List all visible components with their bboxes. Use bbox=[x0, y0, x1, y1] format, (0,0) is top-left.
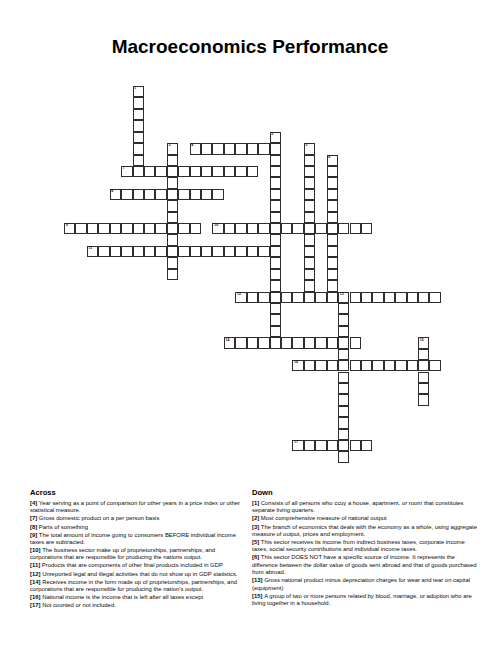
grid-cell[interactable] bbox=[144, 223, 155, 234]
clue-number: 10 bbox=[214, 224, 218, 228]
grid-cell[interactable] bbox=[304, 280, 315, 291]
grid-cell[interactable] bbox=[98, 223, 109, 234]
clue-number: 2 bbox=[271, 133, 273, 137]
grid-cell[interactable] bbox=[338, 406, 349, 417]
grid-cell[interactable] bbox=[212, 166, 223, 177]
grid-cell[interactable] bbox=[133, 143, 144, 154]
grid-cell[interactable] bbox=[281, 292, 292, 303]
grid-cell[interactable] bbox=[270, 234, 281, 245]
grid-cell[interactable] bbox=[407, 360, 418, 371]
grid-cell-numbered[interactable]: 12 bbox=[235, 292, 246, 303]
clue-number: 5 bbox=[306, 144, 308, 148]
grid-cell[interactable] bbox=[327, 234, 338, 245]
clue-number: 7 bbox=[123, 167, 125, 171]
grid-cell[interactable] bbox=[235, 246, 246, 257]
grid-cell[interactable] bbox=[133, 223, 144, 234]
grid-cell[interactable] bbox=[304, 200, 315, 211]
grid-cell[interactable] bbox=[190, 166, 201, 177]
grid-cell[interactable] bbox=[418, 372, 429, 383]
clue-number: 14 bbox=[226, 339, 230, 343]
grid-cell[interactable] bbox=[327, 269, 338, 280]
down-clue-item: [15] A group of two or more persons rela… bbox=[252, 593, 482, 608]
grid-cell-numbered[interactable]: 3 bbox=[167, 143, 178, 154]
grid-cell[interactable] bbox=[361, 223, 372, 234]
grid-cell[interactable] bbox=[327, 223, 338, 234]
down-clue-item: [3] The branch of economics that deals w… bbox=[252, 524, 482, 539]
crossword-grid: 4789101112131416171235615 bbox=[64, 86, 442, 464]
grid-cell-numbered[interactable]: 1 bbox=[133, 86, 144, 97]
grid-cell[interactable] bbox=[167, 200, 178, 211]
grid-cell[interactable] bbox=[144, 246, 155, 257]
grid-cell[interactable] bbox=[292, 337, 303, 348]
grid-cell[interactable] bbox=[350, 440, 361, 451]
grid-cell-numbered[interactable]: 2 bbox=[270, 132, 281, 143]
grid-cell-numbered[interactable]: 15 bbox=[418, 337, 429, 348]
grid-cell[interactable] bbox=[281, 337, 292, 348]
grid-cell[interactable] bbox=[133, 109, 144, 120]
grid-cell[interactable] bbox=[327, 177, 338, 188]
grid-cell[interactable] bbox=[315, 292, 326, 303]
down-clue-item: [2] Most comprehensive measure of nation… bbox=[252, 515, 482, 522]
across-clue-list: [4] Year serving as a point of compariso… bbox=[30, 500, 249, 609]
clue-number: 8 bbox=[111, 190, 113, 194]
grid-cell-numbered[interactable]: 8 bbox=[110, 189, 121, 200]
grid-cell[interactable] bbox=[327, 280, 338, 291]
grid-cell[interactable] bbox=[212, 143, 223, 154]
grid-cell[interactable] bbox=[304, 440, 315, 451]
across-clue-item: [7] Gross domestic product on a per pers… bbox=[30, 515, 249, 522]
grid-cell[interactable] bbox=[327, 337, 338, 348]
grid-cell[interactable] bbox=[247, 292, 258, 303]
grid-cell[interactable] bbox=[235, 166, 246, 177]
grid-cell[interactable] bbox=[121, 246, 132, 257]
grid-cell[interactable] bbox=[144, 189, 155, 200]
grid-cell[interactable] bbox=[167, 177, 178, 188]
grid-cell[interactable] bbox=[258, 292, 269, 303]
grid-cell[interactable] bbox=[304, 360, 315, 371]
grid-cell[interactable] bbox=[270, 155, 281, 166]
grid-cell[interactable] bbox=[338, 440, 349, 451]
grid-cell-numbered[interactable]: 6 bbox=[327, 155, 338, 166]
grid-cell[interactable] bbox=[224, 143, 235, 154]
grid-cell[interactable] bbox=[235, 337, 246, 348]
grid-cell[interactable] bbox=[338, 360, 349, 371]
grid-cell[interactable] bbox=[224, 166, 235, 177]
grid-cell[interactable] bbox=[338, 417, 349, 428]
grid-cell[interactable] bbox=[292, 223, 303, 234]
grid-cell[interactable] bbox=[270, 257, 281, 268]
grid-cell[interactable] bbox=[235, 143, 246, 154]
grid-cell-numbered[interactable]: 9 bbox=[64, 223, 75, 234]
grid-cell[interactable] bbox=[178, 166, 189, 177]
grid-cell[interactable] bbox=[327, 360, 338, 371]
grid-cell[interactable] bbox=[212, 246, 223, 257]
grid-cell[interactable] bbox=[178, 189, 189, 200]
grid-cell[interactable] bbox=[133, 120, 144, 131]
grid-cell[interactable] bbox=[304, 269, 315, 280]
grid-cell[interactable] bbox=[418, 292, 429, 303]
across-clue-item: [12] Unreported legal and illegal activi… bbox=[30, 571, 249, 578]
grid-cell[interactable] bbox=[304, 155, 315, 166]
grid-cell[interactable] bbox=[304, 189, 315, 200]
grid-cell[interactable] bbox=[304, 166, 315, 177]
grid-cell[interactable] bbox=[372, 360, 383, 371]
grid-cell[interactable] bbox=[224, 223, 235, 234]
grid-cell[interactable] bbox=[270, 280, 281, 291]
grid-cell[interactable] bbox=[304, 257, 315, 268]
grid-cell[interactable] bbox=[190, 246, 201, 257]
grid-cell[interactable] bbox=[270, 212, 281, 223]
grid-cell[interactable] bbox=[155, 223, 166, 234]
grid-cell[interactable] bbox=[338, 303, 349, 314]
grid-cell[interactable] bbox=[304, 212, 315, 223]
grid-cell[interactable] bbox=[338, 429, 349, 440]
grid-cell[interactable] bbox=[247, 223, 258, 234]
grid-cell[interactable] bbox=[133, 155, 144, 166]
across-clue-item: [8] Parts of something bbox=[30, 524, 249, 531]
down-clues-column: Down [1] Consists of all persons who ccu… bbox=[252, 488, 482, 608]
down-clue-item: [5] This sector receives its income from… bbox=[252, 539, 482, 554]
across-header: Across bbox=[30, 488, 249, 497]
grid-cell[interactable] bbox=[201, 166, 212, 177]
grid-cell[interactable] bbox=[361, 360, 372, 371]
grid-cell[interactable] bbox=[327, 212, 338, 223]
grid-cell[interactable] bbox=[133, 132, 144, 143]
grid-cell[interactable] bbox=[338, 223, 349, 234]
grid-cell[interactable] bbox=[258, 223, 269, 234]
grid-cell[interactable] bbox=[133, 189, 144, 200]
grid-cell[interactable] bbox=[270, 166, 281, 177]
grid-cell-numbered[interactable]: 14 bbox=[224, 337, 235, 348]
grid-cell[interactable] bbox=[121, 189, 132, 200]
grid-cell[interactable] bbox=[235, 223, 246, 234]
down-clue-item: [1] Consists of all persons who ccuy a h… bbox=[252, 500, 482, 515]
grid-cell[interactable] bbox=[338, 349, 349, 360]
grid-cell[interactable] bbox=[384, 360, 395, 371]
grid-cell[interactable] bbox=[247, 143, 258, 154]
grid-cell[interactable] bbox=[178, 223, 189, 234]
grid-cell[interactable] bbox=[270, 337, 281, 348]
grid-cell[interactable] bbox=[304, 337, 315, 348]
grid-cell[interactable] bbox=[372, 292, 383, 303]
grid-cell[interactable] bbox=[418, 360, 429, 371]
grid-cell[interactable] bbox=[270, 292, 281, 303]
grid-cell[interactable] bbox=[167, 155, 178, 166]
grid-cell[interactable] bbox=[304, 292, 315, 303]
across-clue-item: [16] National income is the income that … bbox=[30, 594, 249, 601]
grid-cell[interactable] bbox=[304, 177, 315, 188]
grid-cell[interactable] bbox=[338, 314, 349, 325]
grid-cell[interactable] bbox=[167, 269, 178, 280]
grid-cell[interactable] bbox=[418, 383, 429, 394]
grid-cell[interactable] bbox=[110, 223, 121, 234]
grid-cell[interactable] bbox=[247, 246, 258, 257]
grid-cell-numbered[interactable]: 10 bbox=[212, 223, 223, 234]
grid-cell-numbered[interactable]: 5 bbox=[304, 143, 315, 154]
grid-cell[interactable] bbox=[429, 292, 440, 303]
grid-cell[interactable] bbox=[395, 360, 406, 371]
grid-cell-numbered[interactable]: 17 bbox=[292, 440, 303, 451]
grid-cell[interactable] bbox=[75, 223, 86, 234]
grid-cell[interactable] bbox=[167, 234, 178, 245]
page-title: Macroeconomics Performance bbox=[0, 36, 500, 58]
grid-cell[interactable] bbox=[270, 326, 281, 337]
grid-cell[interactable] bbox=[201, 143, 212, 154]
grid-cell[interactable] bbox=[201, 189, 212, 200]
grid-cell[interactable] bbox=[338, 383, 349, 394]
clue-number: 17 bbox=[294, 441, 298, 445]
clue-number: 15 bbox=[420, 339, 424, 343]
grid-cell[interactable] bbox=[201, 246, 212, 257]
grid-cell[interactable] bbox=[270, 223, 281, 234]
grid-cell[interactable] bbox=[258, 143, 269, 154]
grid-cell[interactable] bbox=[338, 326, 349, 337]
grid-cell[interactable] bbox=[350, 292, 361, 303]
grid-cell[interactable] bbox=[327, 166, 338, 177]
across-clues-column: Across [4] Year serving as a point of co… bbox=[30, 488, 249, 610]
grid-cell[interactable] bbox=[270, 189, 281, 200]
grid-cell[interactable] bbox=[121, 223, 132, 234]
grid-cell[interactable] bbox=[190, 189, 201, 200]
crossword-page: Macroeconomics Performance 4789101112131… bbox=[0, 0, 500, 647]
grid-cell-numbered[interactable]: 16 bbox=[292, 360, 303, 371]
grid-cell[interactable] bbox=[418, 394, 429, 405]
grid-cell[interactable] bbox=[87, 223, 98, 234]
grid-cell[interactable] bbox=[304, 246, 315, 257]
grid-cell[interactable] bbox=[212, 189, 223, 200]
grid-cell[interactable] bbox=[110, 246, 121, 257]
grid-cell[interactable] bbox=[270, 200, 281, 211]
grid-cell[interactable] bbox=[315, 223, 326, 234]
down-header: Down bbox=[252, 488, 482, 497]
down-clue-list: [1] Consists of all persons who ccuy a h… bbox=[252, 500, 482, 608]
grid-cell[interactable] bbox=[167, 166, 178, 177]
grid-cell[interactable] bbox=[304, 234, 315, 245]
grid-cell[interactable] bbox=[167, 223, 178, 234]
grid-cell[interactable] bbox=[270, 246, 281, 257]
grid-cell[interactable] bbox=[270, 303, 281, 314]
grid-cell[interactable] bbox=[327, 257, 338, 268]
grid-cell[interactable] bbox=[247, 166, 258, 177]
grid-cell[interactable] bbox=[338, 337, 349, 348]
grid-cell[interactable] bbox=[429, 360, 440, 371]
down-clue-item: [6] This sector DOES NOT have a specific… bbox=[252, 554, 482, 576]
grid-cell[interactable] bbox=[315, 440, 326, 451]
grid-cell[interactable] bbox=[133, 166, 144, 177]
grid-cell[interactable] bbox=[167, 212, 178, 223]
grid-cell[interactable] bbox=[167, 246, 178, 257]
across-clue-item: [11] Products that are components of oth… bbox=[30, 562, 249, 569]
grid-cell[interactable] bbox=[327, 246, 338, 257]
grid-cell[interactable] bbox=[327, 292, 338, 303]
grid-cell-numbered[interactable]: 11 bbox=[87, 246, 98, 257]
clue-number: 16 bbox=[294, 361, 298, 365]
grid-cell[interactable] bbox=[361, 440, 372, 451]
grid-cell[interactable] bbox=[270, 314, 281, 325]
across-clue-item: [4] Year serving as a point of compariso… bbox=[30, 500, 249, 515]
clue-number: 3 bbox=[168, 144, 170, 148]
across-clue-item: [14] Receives income in the form made up… bbox=[30, 579, 249, 594]
grid-cell[interactable] bbox=[338, 394, 349, 405]
clue-number: 1 bbox=[134, 87, 136, 91]
grid-cell[interactable] bbox=[190, 223, 201, 234]
grid-cell[interactable] bbox=[167, 189, 178, 200]
grid-cell[interactable] bbox=[338, 451, 349, 462]
clue-number: 13 bbox=[340, 293, 344, 297]
clue-number: 12 bbox=[237, 293, 241, 297]
grid-cell[interactable] bbox=[315, 360, 326, 371]
clue-number: 6 bbox=[328, 156, 330, 160]
grid-cell[interactable] bbox=[270, 269, 281, 280]
grid-cell[interactable] bbox=[144, 166, 155, 177]
grid-cell[interactable] bbox=[258, 337, 269, 348]
grid-cell[interactable] bbox=[361, 292, 372, 303]
grid-cell[interactable] bbox=[98, 246, 109, 257]
grid-cell[interactable] bbox=[155, 246, 166, 257]
grid-cell[interactable] bbox=[281, 223, 292, 234]
grid-cell[interactable] bbox=[247, 337, 258, 348]
grid-cell[interactable] bbox=[338, 372, 349, 383]
grid-cell[interactable] bbox=[167, 257, 178, 268]
grid-cell[interactable] bbox=[155, 189, 166, 200]
across-clue-item: [17] Not counted or not included. bbox=[30, 602, 249, 609]
grid-cell[interactable] bbox=[418, 349, 429, 360]
grid-cell[interactable] bbox=[292, 292, 303, 303]
grid-cell[interactable] bbox=[178, 246, 189, 257]
grid-cell[interactable] bbox=[327, 200, 338, 211]
grid-cell[interactable] bbox=[270, 143, 281, 154]
grid-cell[interactable] bbox=[395, 292, 406, 303]
grid-cell[interactable] bbox=[327, 189, 338, 200]
grid-cell-numbered[interactable]: 4 bbox=[190, 143, 201, 154]
grid-cell-numbered[interactable]: 7 bbox=[121, 166, 132, 177]
grid-cell[interactable] bbox=[224, 246, 235, 257]
grid-cell[interactable] bbox=[258, 246, 269, 257]
across-clue-item: [10] The business sector make up of prop… bbox=[30, 547, 249, 562]
clue-number: 11 bbox=[89, 247, 93, 251]
grid-cell[interactable] bbox=[350, 337, 361, 348]
clue-number: 9 bbox=[66, 224, 68, 228]
grid-cell[interactable] bbox=[133, 97, 144, 108]
grid-cell[interactable] bbox=[384, 292, 395, 303]
clue-number: 4 bbox=[191, 144, 193, 148]
grid-cell[interactable] bbox=[155, 166, 166, 177]
down-clue-item: [13] Gross national product minus deprec… bbox=[252, 577, 482, 592]
grid-cell[interactable] bbox=[270, 177, 281, 188]
grid-cell[interactable] bbox=[304, 223, 315, 234]
grid-cell[interactable] bbox=[350, 360, 361, 371]
across-clue-item: [9] The total amount of income going to … bbox=[30, 532, 249, 547]
grid-cell[interactable] bbox=[315, 337, 326, 348]
grid-cell[interactable] bbox=[350, 223, 361, 234]
grid-cell-numbered[interactable]: 13 bbox=[338, 292, 349, 303]
grid-cell[interactable] bbox=[133, 246, 144, 257]
grid-cell[interactable] bbox=[407, 292, 418, 303]
grid-cell[interactable] bbox=[327, 440, 338, 451]
